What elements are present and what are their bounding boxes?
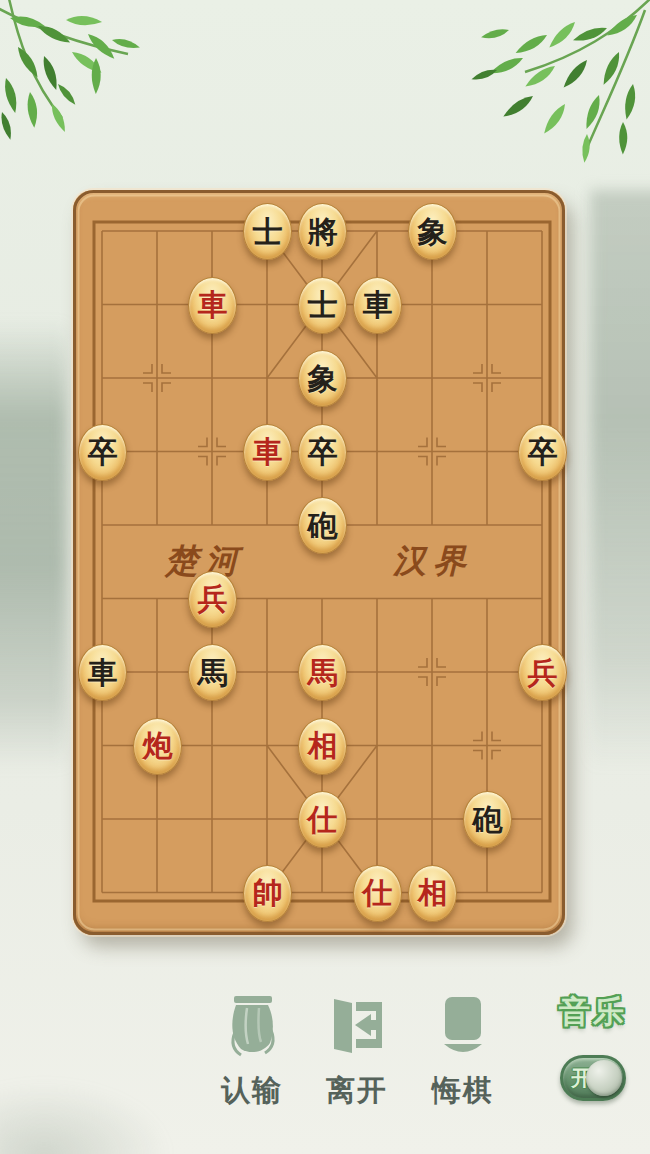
piece-兵[interactable]: 兵 <box>188 571 237 628</box>
exit-door-icon <box>326 994 388 1058</box>
music-label: 音乐 <box>559 991 627 1033</box>
surrender-flag-icon <box>221 994 283 1058</box>
xiangqi-board[interactable]: 楚河 汉界 士將象車士車象卒車卒卒砲兵車馬馬兵炮相仕砲帥仕相 <box>73 190 565 935</box>
undo-label: 悔棋 <box>432 1071 494 1111</box>
piece-象[interactable]: 象 <box>298 350 347 407</box>
piece-象[interactable]: 象 <box>408 203 457 260</box>
music-toggle-knob[interactable] <box>586 1060 622 1096</box>
piece-仕[interactable]: 仕 <box>353 865 402 922</box>
piece-砲[interactable]: 砲 <box>298 497 347 554</box>
piece-車[interactable]: 車 <box>78 644 127 701</box>
piece-卒[interactable]: 卒 <box>78 424 127 481</box>
undo-move-button[interactable]: 悔棋 <box>432 994 494 1111</box>
undo-piece-icon <box>432 994 494 1058</box>
piece-車[interactable]: 車 <box>243 424 292 481</box>
piece-士[interactable]: 士 <box>243 203 292 260</box>
music-toggle[interactable]: 开 <box>560 1055 626 1101</box>
piece-相[interactable]: 相 <box>298 718 347 775</box>
bamboo-decoration-left <box>0 0 170 150</box>
leave-button[interactable]: 离开 <box>326 994 388 1111</box>
resign-label: 认输 <box>221 1071 283 1111</box>
piece-卒[interactable]: 卒 <box>518 424 567 481</box>
ink-wash-right <box>590 190 650 770</box>
piece-車[interactable]: 車 <box>188 277 237 334</box>
music-control: 音乐 开 <box>559 991 627 1101</box>
piece-馬[interactable]: 馬 <box>298 644 347 701</box>
piece-炮[interactable]: 炮 <box>133 718 182 775</box>
piece-士[interactable]: 士 <box>298 277 347 334</box>
piece-相[interactable]: 相 <box>408 865 457 922</box>
ink-wash-left <box>0 320 67 770</box>
board-grid[interactable]: 士將象車士車象卒車卒卒砲兵車馬馬兵炮相仕砲帥仕相 <box>75 195 570 930</box>
resign-button[interactable]: 认输 <box>221 994 283 1111</box>
piece-車[interactable]: 車 <box>353 277 402 334</box>
piece-兵[interactable]: 兵 <box>518 644 567 701</box>
piece-卒[interactable]: 卒 <box>298 424 347 481</box>
piece-仕[interactable]: 仕 <box>298 791 347 848</box>
leave-label: 离开 <box>326 1071 388 1111</box>
piece-馬[interactable]: 馬 <box>188 644 237 701</box>
ink-wash-bottom <box>0 1082 170 1154</box>
piece-帥[interactable]: 帥 <box>243 865 292 922</box>
piece-砲[interactable]: 砲 <box>463 791 512 848</box>
bamboo-decoration-right <box>445 0 650 170</box>
piece-將[interactable]: 將 <box>298 203 347 260</box>
